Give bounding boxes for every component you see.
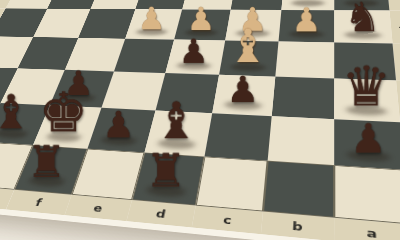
white-pawn-d4[interactable]: ♟ — [187, 5, 215, 33]
square-c7[interactable] — [204, 113, 271, 160]
board-border: f — [6, 190, 72, 215]
square-b7[interactable] — [268, 116, 335, 165]
square-a7[interactable]: ♟ — [334, 119, 400, 170]
file-label-b: b — [292, 219, 303, 233]
file-label-d: d — [155, 207, 167, 220]
square-a8[interactable] — [334, 165, 400, 224]
square-b8[interactable] — [263, 161, 334, 218]
black-queen-a6[interactable]: ♛ — [342, 62, 391, 112]
black-pawn-a7[interactable]: ♟ — [350, 120, 386, 156]
square-e4[interactable]: ♟ — [125, 9, 182, 39]
square-e5[interactable] — [114, 39, 174, 73]
board-border: a — [334, 218, 400, 240]
file-label-e: e — [92, 201, 104, 214]
black-rook-d8[interactable]: ♜ — [145, 150, 186, 191]
chessboard-photo: hgfedcba112♚23♛♟34♟♟♟♟♞45♟♝56♟♟♛67♝♚♟♝♟7… — [0, 0, 400, 240]
black-pawn-c6[interactable]: ♟ — [227, 73, 259, 106]
square-d8[interactable]: ♜ — [132, 152, 204, 205]
black-king-f7[interactable]: ♚ — [39, 88, 89, 138]
white-pawn-e4[interactable]: ♟ — [138, 4, 166, 32]
black-knight-a4[interactable]: ♞ — [345, 0, 381, 36]
file-label-c: c — [222, 213, 232, 227]
square-c8[interactable] — [196, 156, 268, 211]
file-label-a: a — [366, 225, 377, 240]
square-b6[interactable] — [272, 77, 335, 119]
black-pawn-e7[interactable]: ♟ — [102, 108, 135, 141]
square-b4[interactable]: ♟ — [279, 10, 335, 43]
white-pawn-b4[interactable]: ♟ — [292, 5, 322, 35]
black-pawn-d5[interactable]: ♟ — [179, 36, 209, 66]
black-bishop-d7[interactable]: ♝ — [154, 99, 199, 145]
square-d5[interactable]: ♟ — [165, 40, 225, 75]
square-a4[interactable]: ♞ — [334, 10, 392, 43]
black-rook-f8[interactable]: ♜ — [27, 143, 66, 182]
black-bishop-g7[interactable]: ♝ — [0, 92, 32, 134]
square-c6[interactable]: ♟ — [212, 75, 275, 116]
square-b5[interactable] — [275, 41, 334, 78]
board-border: b — [261, 211, 334, 240]
board-border: d — [126, 200, 195, 227]
white-bishop-c5[interactable]: ♝ — [227, 26, 268, 67]
file-label-f: f — [34, 196, 44, 208]
chess-board: hgfedcba112♚23♛♟34♟♟♟♟♞45♟♝56♟♟♛67♝♚♟♝♟7… — [0, 0, 400, 240]
